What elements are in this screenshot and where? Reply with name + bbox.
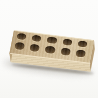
pit-hole <box>16 33 27 41</box>
pit-hole <box>30 44 41 52</box>
pit-hole <box>62 39 73 47</box>
pit-r2c5[interactable] <box>72 48 89 59</box>
photo-scene <box>0 0 98 98</box>
mancala-board <box>0 0 98 98</box>
pit-hole <box>75 50 86 58</box>
pit-hole <box>31 35 42 43</box>
pit-hole <box>60 48 71 56</box>
pit-hole <box>77 40 88 48</box>
pit-hole <box>47 37 58 45</box>
pit-hole <box>14 42 25 50</box>
pit-hole <box>45 46 56 54</box>
